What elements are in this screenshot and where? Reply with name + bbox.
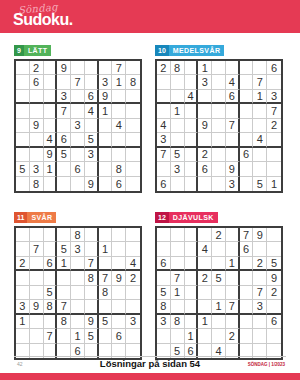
sudoku-cell-empty[interactable] (185, 75, 199, 89)
sudoku-cell-empty[interactable] (30, 271, 44, 285)
sudoku-cell-empty[interactable] (267, 242, 281, 256)
sudoku-cell-empty[interactable] (16, 133, 30, 147)
sudoku-cell-given: 1 (44, 162, 58, 176)
sudoku-cell-empty[interactable] (44, 61, 58, 75)
sudoku-cell-empty[interactable] (99, 61, 113, 75)
sudoku-cell-empty[interactable] (57, 228, 71, 242)
sudoku-cell-empty[interactable] (44, 90, 58, 104)
sudoku-grid-12: 279466125725951728173381612564 (155, 226, 283, 360)
sudoku-cell-given: 7 (112, 61, 126, 75)
sudoku-cell-empty[interactable] (226, 61, 240, 75)
sudoku-cell-empty[interactable] (185, 177, 199, 191)
sudoku-cell-empty[interactable] (30, 228, 44, 242)
sudoku-cell-given: 3 (57, 90, 71, 104)
sudoku-cell-empty[interactable] (212, 133, 226, 147)
sudoku-cell-empty[interactable] (57, 329, 71, 343)
sudoku-cell-given: 1 (198, 315, 212, 329)
sudoku-cell-empty[interactable] (198, 329, 212, 343)
sudoku-cell-given: 6 (240, 242, 254, 256)
sudoku-cell-empty[interactable] (240, 177, 254, 191)
sudoku-cell-empty[interactable] (85, 228, 99, 242)
sudoku-cell-empty[interactable] (267, 300, 281, 314)
sudoku-cell-empty[interactable] (126, 90, 140, 104)
sudoku-cell-given: 4 (44, 133, 58, 147)
sudoku-cell-empty[interactable] (99, 177, 113, 191)
sudoku-cell-empty[interactable] (112, 286, 126, 300)
sudoku-cell-empty[interactable] (198, 104, 212, 118)
sudoku-cell-empty[interactable] (226, 228, 240, 242)
sudoku-cell-given: 4 (226, 75, 240, 89)
sudoku-cell-empty[interactable] (198, 300, 212, 314)
sudoku-cell-empty[interactable] (240, 90, 254, 104)
sudoku-cell-empty[interactable] (44, 242, 58, 256)
sudoku-cell-given: 9 (30, 300, 44, 314)
sudoku-cell-given: 2 (198, 271, 212, 285)
puzzle-10-medelsvar: 10 MEDELSVÅR 281634746131749723475263696… (155, 39, 285, 193)
sudoku-cell-empty[interactable] (126, 119, 140, 133)
sudoku-cell-empty[interactable] (253, 329, 267, 343)
sudoku-cell-empty[interactable] (44, 271, 58, 285)
sudoku-cell-given: 7 (30, 242, 44, 256)
sudoku-cell-given: 8 (171, 315, 185, 329)
sudoku-cell-empty[interactable] (99, 228, 113, 242)
sudoku-cell-given: 1 (16, 315, 30, 329)
sudoku-cell-empty[interactable] (212, 286, 226, 300)
sudoku-cell-given: 6 (267, 315, 281, 329)
sudoku-cell-empty[interactable] (212, 90, 226, 104)
sudoku-cell-given: 3 (157, 133, 171, 147)
sudoku-cell-empty[interactable] (212, 257, 226, 271)
sudoku-cell-given: 9 (226, 162, 240, 176)
sudoku-cell-empty[interactable] (85, 75, 99, 89)
sudoku-cell-given: 2 (16, 257, 30, 271)
sudoku-cell-given: 6 (112, 177, 126, 191)
sudoku-cell-empty[interactable] (240, 329, 254, 343)
difficulty-badge-medelsvar: 10 MEDELSVÅR (155, 45, 224, 56)
sudoku-cell-given: 2 (212, 228, 226, 242)
sudoku-cell-empty[interactable] (85, 162, 99, 176)
sudoku-cell-given: 7 (99, 271, 113, 285)
sudoku-cell-given: 7 (253, 286, 267, 300)
sudoku-cell-given: 6 (157, 257, 171, 271)
sudoku-cell-given: 5 (57, 148, 71, 162)
sudoku-cell-given: 6 (157, 177, 171, 191)
sudoku-cell-empty[interactable] (253, 148, 267, 162)
sudoku-cell-empty[interactable] (171, 75, 185, 89)
sudoku-cell-empty[interactable] (157, 329, 171, 343)
sudoku-cell-empty[interactable] (198, 177, 212, 191)
sudoku-cell-empty[interactable] (99, 257, 113, 271)
sudoku-cell-given: 7 (267, 104, 281, 118)
sudoku-cell-empty[interactable] (30, 104, 44, 118)
sudoku-cell-empty[interactable] (157, 228, 171, 242)
sudoku-cell-empty[interactable] (157, 104, 171, 118)
sudoku-cell-given: 4 (253, 133, 267, 147)
sudoku-cell-empty[interactable] (16, 61, 30, 75)
sudoku-cell-empty[interactable] (157, 242, 171, 256)
sudoku-cell-empty[interactable] (212, 315, 226, 329)
sudoku-cell-given: 9 (44, 148, 58, 162)
sudoku-cell-given: 5 (57, 242, 71, 256)
sudoku-cell-empty[interactable] (16, 329, 30, 343)
sudoku-cell-given: 3 (253, 300, 267, 314)
sudoku-cell-given: 9 (253, 228, 267, 242)
sudoku-cell-empty[interactable] (16, 119, 30, 133)
puzzle-number: 10 (155, 45, 169, 56)
sudoku-cell-empty[interactable] (30, 148, 44, 162)
sudoku-cell-empty[interactable] (30, 329, 44, 343)
sudoku-cell-given: 5 (171, 148, 185, 162)
sudoku-cell-given: 6 (57, 133, 71, 147)
sudoku-cell-empty[interactable] (85, 61, 99, 75)
sudoku-cell-empty[interactable] (185, 242, 199, 256)
sudoku-cell-empty[interactable] (267, 133, 281, 147)
sudoku-cell-empty[interactable] (157, 75, 171, 89)
sudoku-cell-empty[interactable] (185, 148, 199, 162)
sudoku-cell-empty[interactable] (71, 300, 85, 314)
sudoku-cell-empty[interactable] (157, 90, 171, 104)
sudoku-cell-empty[interactable] (112, 257, 126, 271)
sudoku-cell-given: 7 (71, 75, 85, 89)
sudoku-cell-given: 9 (99, 90, 113, 104)
logo-main-text: Sudoku. (13, 11, 73, 29)
sudoku-cell-empty[interactable] (267, 162, 281, 176)
sudoku-cell-given: 1 (185, 329, 199, 343)
sudoku-cell-empty[interactable] (185, 271, 199, 285)
sudoku-cell-empty[interactable] (16, 148, 30, 162)
sudoku-cell-empty[interactable] (212, 162, 226, 176)
puzzle-number: 12 (155, 212, 169, 223)
sudoku-cell-empty[interactable] (253, 119, 267, 133)
sudoku-cell-empty[interactable] (240, 315, 254, 329)
sudoku-cell-empty[interactable] (185, 300, 199, 314)
sudoku-cell-empty[interactable] (267, 329, 281, 343)
sudoku-cell-empty[interactable] (253, 61, 267, 75)
sudoku-grid-11: 875312617487925839871895371566 (14, 226, 142, 360)
sudoku-cell-empty[interactable] (240, 61, 254, 75)
sudoku-cell-given: 1 (198, 61, 212, 75)
sudoku-cell-given: 3 (157, 315, 171, 329)
sudoku-cell-given: 1 (57, 257, 71, 271)
sudoku-cell-given: 6 (226, 90, 240, 104)
sudoku-cell-given: 3 (16, 300, 30, 314)
sudoku-cell-empty[interactable] (71, 177, 85, 191)
sudoku-cell-empty[interactable] (185, 257, 199, 271)
sudoku-cell-given: 6 (267, 61, 281, 75)
sudoku-cell-empty[interactable] (126, 329, 140, 343)
sudoku-cell-given: 7 (226, 119, 240, 133)
sudoku-cell-given: 1 (171, 286, 185, 300)
sudoku-cell-empty[interactable] (16, 177, 30, 191)
sudoku-cell-empty[interactable] (240, 271, 254, 285)
sudoku-cell-empty[interactable] (253, 104, 267, 118)
sudoku-cell-empty[interactable] (16, 228, 30, 242)
difficulty-label: LÄTT (24, 45, 51, 56)
sudoku-cell-given: 8 (126, 75, 140, 89)
sudoku-cell-given: 2 (226, 329, 240, 343)
sudoku-cell-empty[interactable] (126, 61, 140, 75)
sudoku-cell-given: 7 (57, 300, 71, 314)
sudoku-cell-empty[interactable] (71, 61, 85, 75)
sudoku-cell-given: 8 (57, 315, 71, 329)
sudoku-cell-empty[interactable] (16, 104, 30, 118)
sudoku-cell-empty[interactable] (85, 300, 99, 314)
sudoku-cell-empty[interactable] (99, 148, 113, 162)
sudoku-cell-empty[interactable] (57, 286, 71, 300)
sudoku-cell-given: 7 (171, 271, 185, 285)
sudoku-cell-empty[interactable] (126, 286, 140, 300)
sudoku-cell-empty[interactable] (171, 329, 185, 343)
sudoku-cell-empty[interactable] (99, 329, 113, 343)
difficulty-label: MEDELSVÅR (169, 45, 225, 56)
sudoku-cell-empty[interactable] (57, 271, 71, 285)
sudoku-cell-empty[interactable] (44, 119, 58, 133)
sudoku-cell-given: 8 (85, 271, 99, 285)
sudoku-cell-empty[interactable] (16, 286, 30, 300)
sudoku-cell-given: 8 (99, 286, 113, 300)
sudoku-cell-empty[interactable] (126, 133, 140, 147)
sudoku-cell-empty[interactable] (226, 315, 240, 329)
sudoku-cell-given: 1 (71, 329, 85, 343)
sudoku-cell-empty[interactable] (57, 119, 71, 133)
sudoku-cell-empty[interactable] (253, 162, 267, 176)
sudoku-cell-empty[interactable] (126, 104, 140, 118)
sudoku-cell-empty[interactable] (212, 104, 226, 118)
sudoku-cell-given: 1 (99, 104, 113, 118)
sudoku-cell-empty[interactable] (44, 75, 58, 89)
sudoku-cell-empty[interactable] (185, 119, 199, 133)
sudoku-cell-given: 2 (198, 148, 212, 162)
sudoku-cell-empty[interactable] (185, 286, 199, 300)
sudoku-cell-given: 1 (253, 90, 267, 104)
sudoku-cell-empty[interactable] (57, 75, 71, 89)
sudoku-cell-given: 7 (57, 104, 71, 118)
difficulty-badge-djavulsk: 12 DJÄVULSK (155, 212, 218, 223)
sudoku-cell-empty[interactable] (198, 228, 212, 242)
sudoku-cell-empty[interactable] (126, 242, 140, 256)
sudoku-cell-empty[interactable] (185, 228, 199, 242)
sudoku-cell-given: 9 (30, 119, 44, 133)
sudoku-cell-empty[interactable] (85, 119, 99, 133)
sudoku-cell-empty[interactable] (185, 162, 199, 176)
sudoku-cell-given: 8 (157, 300, 171, 314)
sudoku-cell-given: 4 (112, 119, 126, 133)
sudoku-cell-given: 4 (85, 104, 99, 118)
sudoku-cell-empty[interactable] (157, 162, 171, 176)
sudoku-cell-empty[interactable] (112, 242, 126, 256)
sudoku-cell-empty[interactable] (16, 75, 30, 89)
puzzle-number: 9 (14, 45, 24, 56)
sudoku-cell-empty[interactable] (171, 119, 185, 133)
magazine-page: Söndag Sudoku. 9 LÄTT 297673183697419344… (0, 0, 300, 380)
sudoku-cell-empty[interactable] (99, 162, 113, 176)
sudoku-cell-empty[interactable] (240, 257, 254, 271)
sudoku-cell-empty[interactable] (226, 242, 240, 256)
sudoku-cell-empty[interactable] (30, 90, 44, 104)
sudoku-cell-empty[interactable] (57, 162, 71, 176)
sudoku-cell-given: 3 (198, 75, 212, 89)
sudoku-cell-empty[interactable] (212, 148, 226, 162)
sudoku-cell-empty[interactable] (253, 242, 267, 256)
sudoku-cell-empty[interactable] (157, 271, 171, 285)
difficulty-label: SVÅR (27, 212, 56, 223)
sudoku-cell-empty[interactable] (126, 148, 140, 162)
sudoku-cell-empty[interactable] (212, 177, 226, 191)
sudoku-cell-empty[interactable] (30, 257, 44, 271)
sudoku-cell-given: 8 (44, 300, 58, 314)
footer-divider (14, 356, 286, 357)
sudoku-cell-empty[interactable] (16, 242, 30, 256)
puzzle-number: 11 (14, 212, 27, 223)
sudoku-cell-empty[interactable] (71, 286, 85, 300)
sudoku-cell-empty[interactable] (44, 228, 58, 242)
sudoku-cell-empty[interactable] (226, 104, 240, 118)
sudoku-cell-given: 3 (226, 177, 240, 191)
sudoku-cell-empty[interactable] (198, 90, 212, 104)
sudoku-cell-empty[interactable] (226, 148, 240, 162)
sudoku-cell-empty[interactable] (112, 148, 126, 162)
sudoku-cell-empty[interactable] (112, 133, 126, 147)
sudoku-cell-given: 1 (226, 257, 240, 271)
sudoku-cell-empty[interactable] (85, 242, 99, 256)
puzzle-12-djavulsk: 12 DJÄVULSK 2794661257259517281733816125… (155, 206, 285, 360)
sudoku-cell-given: 6 (240, 148, 254, 162)
sudoku-cell-empty[interactable] (112, 104, 126, 118)
sudoku-cell-empty[interactable] (71, 133, 85, 147)
difficulty-badge-svar: 11 SVÅR (14, 212, 56, 223)
sudoku-cell-empty[interactable] (71, 90, 85, 104)
sudoku-cell-given: 8 (171, 61, 185, 75)
sudoku-cell-empty[interactable] (171, 257, 185, 271)
sudoku-cell-empty[interactable] (171, 133, 185, 147)
sudoku-cell-given: 8 (71, 228, 85, 242)
sudoku-cell-empty[interactable] (30, 315, 44, 329)
sudoku-cell-empty[interactable] (126, 300, 140, 314)
sudoku-cell-empty[interactable] (198, 286, 212, 300)
sudoku-cell-empty[interactable] (240, 162, 254, 176)
sudoku-cell-given: 3 (267, 90, 281, 104)
sudoku-cell-empty[interactable] (171, 177, 185, 191)
sudoku-cell-empty[interactable] (240, 300, 254, 314)
sudoku-cell-given: 2 (267, 119, 281, 133)
sudoku-cell-given: 3 (71, 242, 85, 256)
sudoku-cell-given: 6 (44, 257, 58, 271)
sudoku-cell-empty[interactable] (126, 228, 140, 242)
sudoku-cell-empty[interactable] (171, 300, 185, 314)
sudoku-cell-empty[interactable] (171, 228, 185, 242)
sudoku-cell-empty[interactable] (240, 104, 254, 118)
sudoku-cell-empty[interactable] (267, 75, 281, 89)
sudoku-cell-empty[interactable] (171, 242, 185, 256)
sudoku-cell-empty[interactable] (85, 286, 99, 300)
sudoku-cell-given: 5 (157, 286, 171, 300)
sudoku-cell-given: 9 (85, 177, 99, 191)
sudoku-cell-empty[interactable] (112, 90, 126, 104)
sudoku-cell-empty[interactable] (112, 228, 126, 242)
sudoku-cell-empty[interactable] (226, 133, 240, 147)
sudoku-cell-given: 3 (71, 119, 85, 133)
sudoku-cell-empty[interactable] (240, 75, 254, 89)
sudoku-cell-empty[interactable] (240, 286, 254, 300)
sudoku-cell-given: 9 (57, 61, 71, 75)
sudoku-cell-empty[interactable] (44, 177, 58, 191)
sudoku-cell-empty[interactable] (212, 329, 226, 343)
sudoku-cell-empty[interactable] (267, 148, 281, 162)
sudoku-cell-empty[interactable] (71, 257, 85, 271)
sudoku-cell-empty[interactable] (267, 228, 281, 242)
sudoku-cell-empty[interactable] (71, 315, 85, 329)
sudoku-cell-given: 9 (267, 271, 281, 285)
sudoku-cell-given: 2 (126, 271, 140, 285)
sudoku-cell-given: 3 (85, 148, 99, 162)
sudoku-cell-given: 1 (171, 104, 185, 118)
sudoku-cell-given: 8 (30, 177, 44, 191)
sudoku-cell-empty[interactable] (99, 300, 113, 314)
sudoku-cell-empty[interactable] (240, 119, 254, 133)
sudoku-cell-empty[interactable] (71, 148, 85, 162)
sudoku-cell-empty[interactable] (212, 75, 226, 89)
sudoku-cell-given: 7 (44, 329, 58, 343)
sudoku-cell-empty[interactable] (226, 286, 240, 300)
sudoku-cell-given: 3 (171, 162, 185, 176)
sudoku-cell-empty[interactable] (212, 119, 226, 133)
sudoku-cell-empty[interactable] (44, 104, 58, 118)
sudoku-cell-empty[interactable] (212, 242, 226, 256)
sudoku-cell-empty[interactable] (185, 133, 199, 147)
sudoku-cell-empty[interactable] (253, 315, 267, 329)
sudoku-cell-given: 6 (198, 162, 212, 176)
sudoku-cell-empty[interactable] (112, 300, 126, 314)
sudoku-cell-given: 4 (185, 90, 199, 104)
sudoku-cell-empty[interactable] (71, 271, 85, 285)
sudoku-cell-empty[interactable] (99, 133, 113, 147)
sudoku-cell-given: 3 (99, 75, 113, 89)
sudoku-cell-empty[interactable] (71, 104, 85, 118)
sudoku-cell-given: 5 (212, 271, 226, 285)
sudoku-cell-given: 5 (267, 257, 281, 271)
sudoku-cell-empty[interactable] (112, 315, 126, 329)
sudoku-cell-empty[interactable] (253, 271, 267, 285)
sudoku-cell-empty[interactable] (171, 90, 185, 104)
sudoku-cell-empty[interactable] (30, 133, 44, 147)
sudoku-cell-given: 2 (253, 257, 267, 271)
sudoku-cell-empty[interactable] (198, 257, 212, 271)
sudoku-cell-given: 5 (253, 177, 267, 191)
sudoku-cell-empty[interactable] (212, 61, 226, 75)
sudoku-cell-empty[interactable] (185, 104, 199, 118)
sudoku-cell-empty[interactable] (16, 271, 30, 285)
sudoku-cell-empty[interactable] (126, 177, 140, 191)
sudoku-cell-given: 1 (212, 300, 226, 314)
sudoku-cell-empty[interactable] (226, 271, 240, 285)
sudoku-cell-empty[interactable] (16, 90, 30, 104)
sudoku-cell-given: 3 (126, 315, 140, 329)
sudoku-cell-empty[interactable] (44, 315, 58, 329)
sudoku-cell-empty[interactable] (99, 119, 113, 133)
sudoku-cell-empty[interactable] (240, 133, 254, 147)
sudoku-cell-empty[interactable] (198, 133, 212, 147)
difficulty-badge-latt: 9 LÄTT (14, 45, 51, 56)
sudoku-cell-given: 1 (267, 177, 281, 191)
sudoku-cell-empty[interactable] (30, 286, 44, 300)
sudoku-cell-empty[interactable] (185, 61, 199, 75)
sudoku-cell-given: 7 (240, 228, 254, 242)
sudoku-cell-empty[interactable] (57, 177, 71, 191)
sudoku-cell-empty[interactable] (126, 162, 140, 176)
sudoku-cell-given: 3 (30, 162, 44, 176)
sudoku-cell-empty[interactable] (185, 315, 199, 329)
sudoku-cell-given: 7 (157, 148, 171, 162)
